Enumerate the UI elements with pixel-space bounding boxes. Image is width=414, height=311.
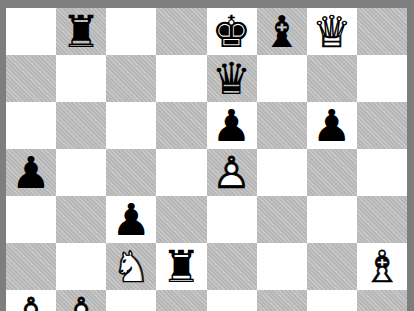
piece-black-rook: ♜ bbox=[56, 8, 106, 55]
square-d4[interactable] bbox=[156, 196, 206, 243]
square-b5[interactable] bbox=[56, 149, 106, 196]
chess-diagram: ♜♚♝♛♕♛♟♟♟♟♙♟♞♘♜♝♗♟♙♟♙ bbox=[0, 0, 414, 311]
board-frame: ♜♚♝♛♕♛♟♟♟♟♙♟♞♘♜♝♗♟♙♟♙ bbox=[0, 0, 414, 311]
chess-board: ♜♚♝♛♕♛♟♟♟♟♙♟♞♘♜♝♗♟♙♟♙ bbox=[6, 8, 407, 311]
square-h3[interactable]: ♝♗ bbox=[357, 243, 407, 290]
square-b8[interactable]: ♜ bbox=[56, 8, 106, 55]
square-a6[interactable] bbox=[6, 102, 56, 149]
piece-white-queen: ♛♕ bbox=[307, 8, 357, 55]
square-d6[interactable] bbox=[156, 102, 206, 149]
square-f8[interactable]: ♝ bbox=[257, 8, 307, 55]
piece-white-pawn: ♟♙ bbox=[56, 290, 106, 311]
square-c7[interactable] bbox=[106, 55, 156, 102]
square-e7[interactable]: ♛ bbox=[207, 55, 257, 102]
piece-black-rook: ♜ bbox=[156, 243, 206, 290]
square-e5[interactable]: ♟♙ bbox=[207, 149, 257, 196]
square-a8[interactable] bbox=[6, 8, 56, 55]
square-b6[interactable] bbox=[56, 102, 106, 149]
square-h2[interactable] bbox=[357, 290, 407, 311]
square-g3[interactable] bbox=[307, 243, 357, 290]
square-f7[interactable] bbox=[257, 55, 307, 102]
square-g6[interactable]: ♟ bbox=[307, 102, 357, 149]
square-b3[interactable] bbox=[56, 243, 106, 290]
square-h4[interactable] bbox=[357, 196, 407, 243]
piece-black-bishop: ♝ bbox=[257, 8, 307, 55]
square-a5[interactable]: ♟ bbox=[6, 149, 56, 196]
square-g5[interactable] bbox=[307, 149, 357, 196]
piece-white-bishop: ♝♗ bbox=[357, 243, 407, 290]
square-d5[interactable] bbox=[156, 149, 206, 196]
square-f5[interactable] bbox=[257, 149, 307, 196]
square-e4[interactable] bbox=[207, 196, 257, 243]
square-e8[interactable]: ♚ bbox=[207, 8, 257, 55]
square-c8[interactable] bbox=[106, 8, 156, 55]
square-d2[interactable] bbox=[156, 290, 206, 311]
square-g7[interactable] bbox=[307, 55, 357, 102]
square-b4[interactable] bbox=[56, 196, 106, 243]
square-c3[interactable]: ♞♘ bbox=[106, 243, 156, 290]
square-e6[interactable]: ♟ bbox=[207, 102, 257, 149]
square-c2[interactable] bbox=[106, 290, 156, 311]
square-d3[interactable]: ♜ bbox=[156, 243, 206, 290]
square-g8[interactable]: ♛♕ bbox=[307, 8, 357, 55]
square-c6[interactable] bbox=[106, 102, 156, 149]
piece-black-pawn: ♟ bbox=[106, 196, 156, 243]
square-e2[interactable] bbox=[207, 290, 257, 311]
square-f4[interactable] bbox=[257, 196, 307, 243]
square-h7[interactable] bbox=[357, 55, 407, 102]
square-a7[interactable] bbox=[6, 55, 56, 102]
square-a3[interactable] bbox=[6, 243, 56, 290]
square-c5[interactable] bbox=[106, 149, 156, 196]
square-g2[interactable] bbox=[307, 290, 357, 311]
square-b7[interactable] bbox=[56, 55, 106, 102]
square-d7[interactable] bbox=[156, 55, 206, 102]
square-h5[interactable] bbox=[357, 149, 407, 196]
piece-white-pawn: ♟♙ bbox=[6, 290, 56, 311]
piece-black-pawn: ♟ bbox=[307, 102, 357, 149]
square-b2[interactable]: ♟♙ bbox=[56, 290, 106, 311]
square-e3[interactable] bbox=[207, 243, 257, 290]
square-f2[interactable] bbox=[257, 290, 307, 311]
square-a2[interactable]: ♟♙ bbox=[6, 290, 56, 311]
square-h8[interactable] bbox=[357, 8, 407, 55]
square-f3[interactable] bbox=[257, 243, 307, 290]
piece-white-pawn: ♟♙ bbox=[207, 149, 257, 196]
square-d8[interactable] bbox=[156, 8, 206, 55]
square-g4[interactable] bbox=[307, 196, 357, 243]
piece-white-knight: ♞♘ bbox=[106, 243, 156, 290]
piece-black-pawn: ♟ bbox=[207, 102, 257, 149]
piece-black-king: ♚ bbox=[207, 8, 257, 55]
piece-black-pawn: ♟ bbox=[6, 149, 56, 196]
square-c4[interactable]: ♟ bbox=[106, 196, 156, 243]
square-h6[interactable] bbox=[357, 102, 407, 149]
piece-black-queen: ♛ bbox=[207, 55, 257, 102]
square-f6[interactable] bbox=[257, 102, 307, 149]
square-a4[interactable] bbox=[6, 196, 56, 243]
